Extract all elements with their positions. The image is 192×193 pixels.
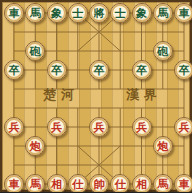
piece-red-cannon[interactable]: 炮 — [153, 136, 173, 156]
intersection: 士 — [67, 4, 88, 23]
piece-red-soldier[interactable]: 兵 — [132, 117, 152, 137]
intersection: 將 — [88, 4, 109, 23]
piece-red-cannon[interactable]: 炮 — [25, 136, 45, 156]
piece-red-elephant[interactable]: 相 — [47, 174, 67, 192]
piece-red-chariot[interactable]: 車 — [174, 174, 192, 192]
intersection: 卒 — [131, 61, 152, 80]
intersection: 象 — [131, 4, 152, 23]
intersection: 車 — [3, 4, 24, 23]
intersection: 帥 — [88, 175, 109, 193]
intersection: 仕 — [110, 175, 131, 193]
piece-red-advisor[interactable]: 仕 — [110, 174, 130, 192]
intersection: 兵 — [88, 118, 109, 137]
piece-black-soldier[interactable]: 卒 — [47, 60, 67, 80]
piece-black-cannon[interactable]: 砲 — [25, 41, 45, 61]
xiangqi-board[interactable]: 楚河 漢界 車馬象士將士象馬車砲砲卒卒卒卒卒兵兵兵兵兵炮炮車馬相仕帥仕相馬車 — [0, 0, 192, 192]
piece-black-chariot[interactable]: 車 — [4, 3, 24, 23]
piece-red-soldier[interactable]: 兵 — [47, 117, 67, 137]
piece-red-soldier[interactable]: 兵 — [89, 117, 109, 137]
piece-red-soldier[interactable]: 兵 — [174, 117, 192, 137]
piece-black-advisor[interactable]: 士 — [110, 3, 130, 23]
piece-black-soldier[interactable]: 卒 — [89, 60, 109, 80]
piece-black-elephant[interactable]: 象 — [47, 3, 67, 23]
piece-red-horse[interactable]: 馬 — [25, 174, 45, 192]
piece-black-elephant[interactable]: 象 — [132, 3, 152, 23]
intersection: 兵 — [173, 118, 192, 137]
intersection: 兵 — [3, 118, 24, 137]
intersection: 砲 — [25, 42, 46, 61]
piece-black-horse[interactable]: 馬 — [153, 3, 173, 23]
intersection: 相 — [131, 175, 152, 193]
intersection: 相 — [46, 175, 67, 193]
piece-red-chariot[interactable]: 車 — [4, 174, 24, 192]
piece-black-cannon[interactable]: 砲 — [153, 41, 173, 61]
piece-red-horse[interactable]: 馬 — [153, 174, 173, 192]
piece-black-general[interactable]: 將 — [89, 3, 109, 23]
intersection: 卒 — [3, 61, 24, 80]
intersection: 馬 — [25, 4, 46, 23]
piece-black-soldier[interactable]: 卒 — [174, 60, 192, 80]
piece-black-soldier[interactable]: 卒 — [132, 60, 152, 80]
piece-black-chariot[interactable]: 車 — [174, 3, 192, 23]
piece-red-elephant[interactable]: 相 — [132, 174, 152, 192]
intersection: 卒 — [46, 61, 67, 80]
intersection: 兵 — [131, 118, 152, 137]
piece-black-horse[interactable]: 馬 — [25, 3, 45, 23]
intersection: 車 — [3, 175, 24, 193]
intersection: 馬 — [152, 4, 173, 23]
piece-black-soldier[interactable]: 卒 — [4, 60, 24, 80]
xiangqi-app: 楚河 漢界 車馬象士將士象馬車砲砲卒卒卒卒卒兵兵兵兵兵炮炮車馬相仕帥仕相馬車 — [0, 0, 192, 192]
intersection: 車 — [173, 4, 192, 23]
intersection: 砲 — [152, 42, 173, 61]
piece-red-general[interactable]: 帥 — [89, 174, 109, 192]
intersection: 炮 — [25, 137, 46, 156]
intersection: 仕 — [67, 175, 88, 193]
piece-red-advisor[interactable]: 仕 — [68, 174, 88, 192]
piece-black-advisor[interactable]: 士 — [68, 3, 88, 23]
intersection: 馬 — [25, 175, 46, 193]
intersection: 兵 — [46, 118, 67, 137]
board-grid: 車馬象士將士象馬車砲砲卒卒卒卒卒兵兵兵兵兵炮炮車馬相仕帥仕相馬車 — [3, 4, 192, 193]
intersection: 卒 — [173, 61, 192, 80]
intersection: 士 — [110, 4, 131, 23]
intersection: 馬 — [152, 175, 173, 193]
intersection: 卒 — [88, 61, 109, 80]
intersection: 炮 — [152, 137, 173, 156]
piece-red-soldier[interactable]: 兵 — [4, 117, 24, 137]
intersection: 象 — [46, 4, 67, 23]
intersection: 車 — [173, 175, 192, 193]
